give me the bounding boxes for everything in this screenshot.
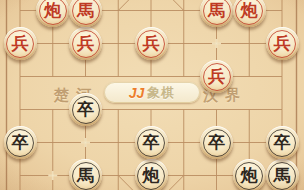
piece-black-cannon-file8[interactable]: 炮 [233,159,266,190]
piece-glyph: 馬 [208,2,225,19]
piece-black-soldier-file1[interactable]: 卒 [4,126,37,159]
piece-black-soldier-file3[interactable]: 卒 [69,93,102,126]
piece-red-soldier-file9[interactable]: 兵 [266,27,299,60]
piece-glyph: 卒 [12,134,29,151]
jj-logo-label: 象棋 [147,84,175,102]
piece-black-soldier-file7[interactable]: 卒 [200,126,233,159]
piece-glyph: 炮 [44,2,61,19]
jj-xiangqi-logo: JJ 象棋 [104,82,200,103]
piece-glyph: 馬 [77,167,94,184]
piece-red-soldier-file1[interactable]: 兵 [4,27,37,60]
piece-glyph: 卒 [77,101,94,118]
piece-glyph: 兵 [143,35,160,52]
piece-black-horse-file3[interactable]: 馬 [69,159,102,190]
piece-black-horse-file9[interactable]: 馬 [266,159,299,190]
piece-glyph: 炮 [241,167,258,184]
piece-red-soldier-file7[interactable]: 兵 [200,60,233,93]
piece-glyph: 卒 [208,134,225,151]
piece-glyph: 兵 [208,68,225,85]
piece-glyph: 卒 [274,134,291,151]
piece-black-soldier-file5[interactable]: 卒 [135,126,168,159]
xiangqi-board: 楚河 JJ 象棋 汉界 馬炮炮馬卒卒卒卒卒兵兵兵兵兵炮馬馬炮 [0,0,304,190]
piece-glyph: 炮 [143,167,160,184]
piece-glyph: 兵 [12,35,29,52]
piece-glyph: 馬 [274,167,291,184]
piece-glyph: 馬 [77,2,94,19]
piece-red-soldier-file3[interactable]: 兵 [69,27,102,60]
piece-glyph: 兵 [274,35,291,52]
piece-black-soldier-file9[interactable]: 卒 [266,126,299,159]
piece-red-soldier-file5[interactable]: 兵 [135,27,168,60]
piece-glyph: 兵 [77,35,94,52]
piece-glyph: 炮 [241,2,258,19]
piece-black-cannon-file5[interactable]: 炮 [135,159,168,190]
piece-glyph: 卒 [143,134,160,151]
jj-logo-icon: JJ [129,85,145,101]
